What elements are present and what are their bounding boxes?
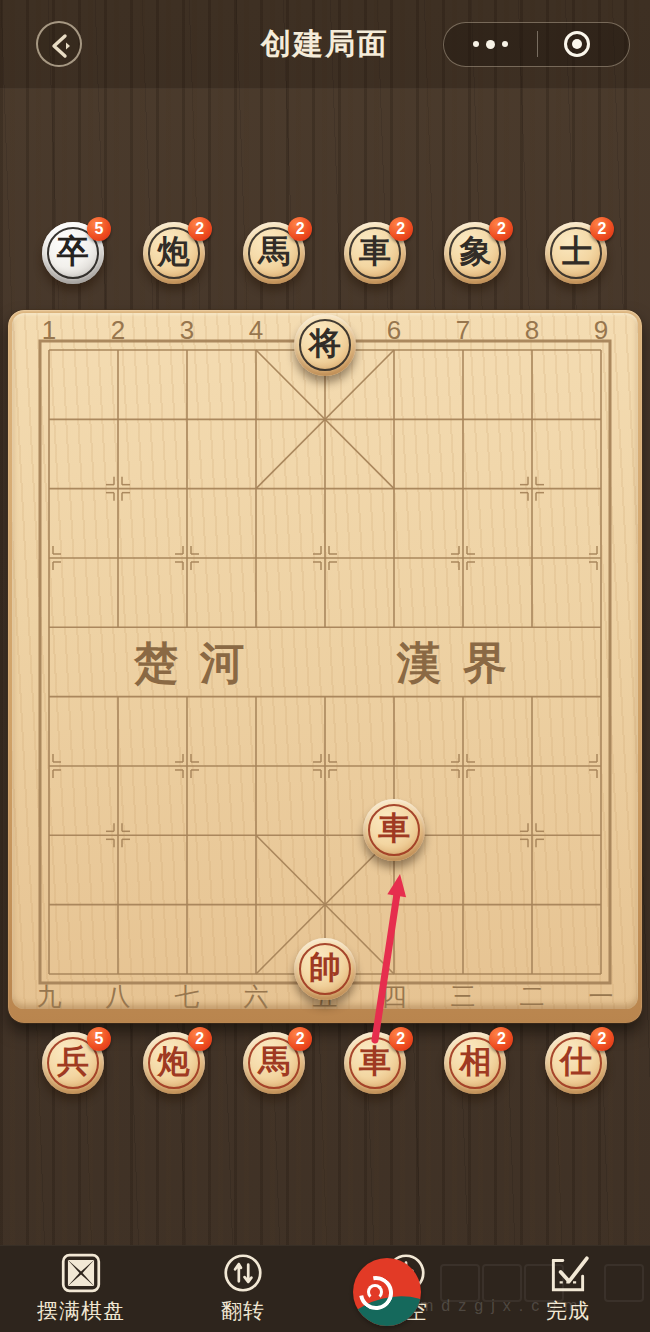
fill-board-label: 摆满棋盘 bbox=[37, 1297, 125, 1325]
clear-button[interactable]: 清空 bbox=[336, 1250, 476, 1330]
file-label-top-3: 3 bbox=[180, 315, 194, 346]
piece-count-badge: 2 bbox=[188, 1027, 212, 1051]
more-menu-button[interactable] bbox=[444, 23, 536, 65]
piece-glyph: 帥 bbox=[294, 937, 356, 999]
done-label: 完成 bbox=[546, 1297, 590, 1325]
fill-board-icon bbox=[58, 1250, 104, 1296]
tray-red-炮[interactable]: 炮2 bbox=[143, 1032, 205, 1094]
tray-red-相[interactable]: 相2 bbox=[444, 1032, 506, 1094]
piece-count-badge: 2 bbox=[489, 1027, 513, 1051]
fill-board-button[interactable]: 摆满棋盘 bbox=[11, 1250, 151, 1330]
file-label-bottom-6: 四 bbox=[382, 980, 407, 1013]
piece-glyph: 将 bbox=[294, 313, 356, 375]
file-label-top-8: 8 bbox=[525, 315, 539, 346]
river-text-right: 漢界 bbox=[375, 634, 529, 693]
close-target-button[interactable] bbox=[564, 31, 590, 57]
file-label-top-7: 7 bbox=[456, 315, 470, 346]
file-label-bottom-3: 七 bbox=[175, 980, 200, 1013]
flip-icon bbox=[220, 1250, 266, 1296]
piece-count-badge: 2 bbox=[288, 217, 312, 241]
bottom-toolbar: 摆满棋盘 翻转 清空 完成 bbox=[0, 1245, 650, 1332]
file-label-top-6: 6 bbox=[387, 315, 401, 346]
capsule-divider bbox=[537, 31, 538, 57]
file-label-top-1: 1 bbox=[42, 315, 56, 346]
file-label-top-9: 9 bbox=[594, 315, 608, 346]
file-label-bottom-9: 一 bbox=[589, 980, 614, 1013]
river-text-left: 楚河 bbox=[112, 634, 266, 693]
piece-count-badge: 2 bbox=[288, 1027, 312, 1051]
file-label-top-2: 2 bbox=[111, 315, 125, 346]
file-label-bottom-2: 八 bbox=[106, 980, 131, 1013]
xiangqi-position-editor: 123456789九八七六五四三二一 楚河 漢界 卒5炮2馬2車2象2士2 将車… bbox=[0, 0, 650, 1332]
file-label-top-4: 4 bbox=[249, 315, 263, 346]
piece-count-badge: 2 bbox=[489, 217, 513, 241]
file-label-bottom-7: 三 bbox=[451, 980, 476, 1013]
nav-bar: 创建局面 bbox=[0, 0, 650, 89]
tray-black-卒[interactable]: 卒5 bbox=[42, 222, 104, 284]
clear-icon bbox=[383, 1250, 429, 1296]
tray-red-兵[interactable]: 兵5 bbox=[42, 1032, 104, 1094]
board-piece-red-帥[interactable]: 帥 bbox=[294, 938, 356, 1000]
board-piece-red-車[interactable]: 車 bbox=[363, 799, 425, 861]
flip-label: 翻转 bbox=[221, 1297, 265, 1325]
piece-count-badge: 2 bbox=[389, 1027, 413, 1051]
piece-glyph: 車 bbox=[363, 798, 425, 860]
tray-black-象[interactable]: 象2 bbox=[444, 222, 506, 284]
tray-black-士[interactable]: 士2 bbox=[545, 222, 607, 284]
board-piece-black-将[interactable]: 将 bbox=[294, 314, 356, 376]
tray-red-仕[interactable]: 仕2 bbox=[545, 1032, 607, 1094]
piece-count-badge: 2 bbox=[590, 1027, 614, 1051]
tray-red-車[interactable]: 車2 bbox=[344, 1032, 406, 1094]
file-label-bottom-4: 六 bbox=[244, 980, 269, 1013]
flip-button[interactable]: 翻转 bbox=[173, 1250, 313, 1330]
tray-black-馬[interactable]: 馬2 bbox=[243, 222, 305, 284]
done-icon bbox=[545, 1250, 591, 1296]
piece-count-badge: 2 bbox=[188, 217, 212, 241]
file-label-bottom-1: 九 bbox=[37, 980, 62, 1013]
piece-count-badge: 2 bbox=[590, 217, 614, 241]
miniprogram-capsule bbox=[443, 22, 630, 67]
piece-count-badge: 5 bbox=[87, 1027, 111, 1051]
board-surface bbox=[12, 313, 638, 1009]
tray-red-馬[interactable]: 馬2 bbox=[243, 1032, 305, 1094]
piece-count-badge: 2 bbox=[389, 217, 413, 241]
clear-label: 清空 bbox=[384, 1297, 428, 1325]
done-button[interactable]: 完成 bbox=[498, 1250, 638, 1330]
board[interactable] bbox=[8, 310, 642, 1023]
file-label-bottom-8: 二 bbox=[520, 980, 545, 1013]
tray-black-車[interactable]: 車2 bbox=[344, 222, 406, 284]
piece-count-badge: 5 bbox=[87, 217, 111, 241]
tray-black-炮[interactable]: 炮2 bbox=[143, 222, 205, 284]
